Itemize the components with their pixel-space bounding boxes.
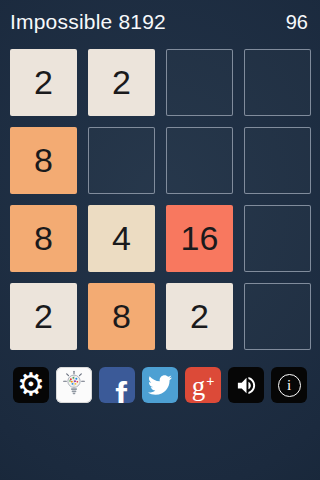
empty-cell [244,127,311,194]
empty-cell [244,49,311,116]
brain-bulb-icon [59,370,89,400]
empty-cell [166,127,233,194]
tile-8: 8 [10,205,77,272]
facebook-icon: f [115,377,127,403]
game-title: Impossible 8192 [10,10,166,34]
empty-cell [244,283,311,350]
empty-cell [88,127,155,194]
settings-button[interactable]: ⚙ [13,367,49,403]
tile-2: 2 [10,283,77,350]
tile-2: 2 [88,49,155,116]
empty-cell [166,49,233,116]
tile-4: 4 [88,205,155,272]
twitter-share-button[interactable] [142,367,178,403]
info-button[interactable]: i [271,367,307,403]
empty-cell [244,205,311,272]
gear-icon: ⚙ [17,366,45,402]
hint-button[interactable] [56,367,92,403]
info-icon: i [278,374,301,397]
speaker-icon [235,374,258,397]
tile-8: 8 [88,283,155,350]
googleplus-share-button[interactable]: g+ [185,367,221,403]
score-value: 96 [286,11,308,34]
tile-16: 16 [166,205,233,272]
app-screen: Impossible 8192 96 2288416282 ⚙ [0,0,320,480]
tile-2: 2 [166,283,233,350]
googleplus-icon: g+ [192,371,215,400]
facebook-share-button[interactable]: f [99,367,135,403]
tile-8: 8 [10,127,77,194]
header-bar: Impossible 8192 96 [10,8,308,36]
tile-2: 2 [10,49,77,116]
twitter-bird-icon [148,373,172,397]
board[interactable]: 2288416282 [10,49,311,350]
toolbar: ⚙ [13,367,307,403]
sound-button[interactable] [228,367,264,403]
